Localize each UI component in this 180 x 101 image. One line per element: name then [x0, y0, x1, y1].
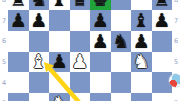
square-c8[interactable]: ♝ [49, 0, 70, 10]
square-a4[interactable] [8, 72, 29, 93]
square-g4[interactable] [131, 72, 152, 93]
square-a7[interactable]: ♟ [8, 10, 29, 31]
logo-badge-icon [169, 74, 180, 87]
piece-white-knight[interactable]: ♞ [131, 52, 152, 73]
piece-white-pawn[interactable]: ♟ [70, 52, 91, 73]
piece-black-pawn[interactable]: ♟ [49, 52, 70, 73]
square-f5[interactable] [111, 52, 132, 73]
rank-label-left-7: 7 [0, 17, 8, 25]
square-h6[interactable] [152, 31, 173, 52]
square-b7[interactable]: ♟ [29, 10, 50, 31]
square-f4[interactable] [111, 72, 132, 93]
square-d8[interactable]: ♛ [70, 0, 91, 10]
square-h3[interactable] [152, 93, 173, 101]
piece-black-bishop[interactable]: ♝ [49, 0, 70, 10]
piece-black-queen[interactable]: ♛ [70, 0, 91, 10]
square-c4[interactable] [49, 72, 70, 93]
rank-label-right-7: 7 [172, 17, 180, 25]
square-f3[interactable] [111, 93, 132, 101]
piece-white-knight[interactable]: ♞ [49, 93, 70, 101]
square-a3[interactable] [8, 93, 29, 101]
rank-label-right-6: 6 [172, 37, 180, 45]
square-d4[interactable] [70, 72, 91, 93]
square-e3[interactable] [90, 93, 111, 101]
square-b5[interactable]: ♝ [29, 52, 50, 73]
square-d7[interactable] [70, 10, 91, 31]
piece-black-knight[interactable]: ♞ [111, 31, 132, 52]
square-g5[interactable]: ♞ [131, 52, 152, 73]
piece-black-pawn[interactable]: ♟ [131, 31, 152, 52]
square-h7[interactable]: ♟ [152, 10, 173, 31]
square-d5[interactable]: ♟ [70, 52, 91, 73]
rank-label-left-8: 8 [0, 0, 8, 4]
square-d6[interactable] [70, 31, 91, 52]
rank-label-right-8: 8 [172, 0, 180, 4]
rank-label-left-6: 6 [0, 37, 8, 45]
square-g3[interactable] [131, 93, 152, 101]
square-c5[interactable]: ♟ [49, 52, 70, 73]
square-a5[interactable] [8, 52, 29, 73]
rank-label-left-5: 5 [0, 58, 8, 66]
square-c3[interactable]: ♞ [49, 93, 70, 101]
square-e7[interactable]: ♟ [90, 10, 111, 31]
square-b4[interactable] [29, 72, 50, 93]
piece-black-pawn[interactable]: ♟ [152, 10, 173, 31]
square-g7[interactable]: ♝ [131, 10, 152, 31]
square-f8[interactable] [111, 0, 132, 10]
square-c7[interactable] [49, 10, 70, 31]
square-h5[interactable] [152, 52, 173, 73]
piece-black-bishop[interactable]: ♝ [131, 10, 152, 31]
square-d3[interactable] [70, 93, 91, 101]
square-b6[interactable] [29, 31, 50, 52]
square-a6[interactable] [8, 31, 29, 52]
rank-label-left-4: 4 [0, 79, 8, 87]
piece-black-pawn[interactable]: ♟ [8, 10, 29, 31]
piece-black-pawn[interactable]: ♟ [29, 10, 50, 31]
piece-white-bishop[interactable]: ♝ [29, 52, 50, 73]
square-c6[interactable] [49, 31, 70, 52]
square-e4[interactable] [90, 72, 111, 93]
rank-label-left-3: 3 [0, 99, 8, 101]
chess-board: ♜♞♝♛♚♜♟♟♟♝♟♟♞♟♝♟♟♞♞ [8, 0, 172, 101]
piece-black-pawn[interactable]: ♟ [90, 10, 111, 31]
rank-label-right-3: 3 [172, 99, 180, 101]
piece-black-pawn[interactable]: ♟ [90, 31, 111, 52]
square-g6[interactable]: ♟ [131, 31, 152, 52]
square-f7[interactable] [111, 10, 132, 31]
square-e6[interactable]: ♟ [90, 31, 111, 52]
rank-label-right-5: 5 [172, 58, 180, 66]
square-f6[interactable]: ♞ [111, 31, 132, 52]
chess-thumbnail-root: ♜♞♝♛♚♜♟♟♟♝♟♟♞♟♝♟♟♞♞ 887766554433 [0, 0, 180, 101]
square-e5[interactable] [90, 52, 111, 73]
square-b3[interactable] [29, 93, 50, 101]
